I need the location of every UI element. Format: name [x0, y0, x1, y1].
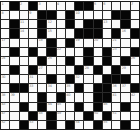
clue-number: 38 — [1, 93, 5, 97]
white-cell[interactable]: 48 — [38, 112, 46, 120]
black-cell — [66, 121, 74, 129]
white-cell[interactable] — [121, 48, 129, 56]
white-cell[interactable]: 1 — [1, 2, 9, 10]
clue-number: 28 — [85, 66, 89, 70]
white-cell[interactable]: 14 — [20, 29, 28, 37]
white-cell[interactable] — [29, 103, 37, 111]
white-cell[interactable]: 38 — [1, 93, 9, 101]
white-cell[interactable] — [84, 121, 92, 129]
clue-number: 35 — [66, 84, 70, 88]
white-cell[interactable]: 36 — [112, 84, 120, 92]
white-cell[interactable]: 50 — [94, 112, 102, 120]
white-cell[interactable] — [131, 66, 139, 74]
clue-number: 18 — [38, 38, 42, 42]
white-cell[interactable]: 43 — [1, 103, 9, 111]
white-cell[interactable] — [20, 11, 28, 19]
black-cell — [84, 48, 92, 56]
white-cell[interactable] — [29, 57, 37, 65]
clue-number: 40 — [66, 93, 70, 97]
black-cell — [29, 48, 37, 56]
black-cell — [84, 2, 92, 10]
white-cell[interactable] — [20, 57, 28, 65]
white-cell[interactable] — [57, 121, 65, 129]
black-cell — [38, 57, 46, 65]
white-cell[interactable] — [103, 29, 111, 37]
clue-number: 39 — [11, 93, 15, 97]
white-cell[interactable]: 29 — [121, 66, 129, 74]
black-cell — [75, 103, 83, 111]
white-cell[interactable] — [94, 48, 102, 56]
clue-number: 2 — [20, 2, 22, 6]
white-cell[interactable] — [57, 57, 65, 65]
white-cell[interactable] — [66, 2, 74, 10]
white-cell[interactable]: 31 — [29, 75, 37, 83]
white-cell[interactable] — [1, 48, 9, 56]
black-cell — [75, 66, 83, 74]
white-cell[interactable] — [38, 48, 46, 56]
clue-number: 43 — [1, 102, 5, 106]
white-cell[interactable]: 3 — [38, 2, 46, 10]
clue-number: 3 — [38, 2, 40, 6]
clue-number: 22 — [57, 47, 61, 51]
black-cell — [75, 2, 83, 10]
black-cell — [20, 84, 28, 92]
clue-number: 15 — [48, 29, 52, 33]
white-cell[interactable] — [121, 2, 129, 10]
white-cell[interactable] — [121, 112, 129, 120]
black-cell — [112, 66, 120, 74]
white-cell[interactable] — [10, 57, 18, 65]
white-cell[interactable] — [75, 93, 83, 101]
clue-number: 6 — [103, 2, 105, 6]
black-cell — [75, 29, 83, 37]
white-cell[interactable]: 35 — [66, 84, 74, 92]
white-cell[interactable] — [1, 20, 9, 28]
black-cell — [10, 66, 18, 74]
clue-number: 49 — [57, 111, 61, 115]
white-cell[interactable]: 9 — [29, 11, 37, 19]
black-cell — [66, 39, 74, 47]
white-cell[interactable]: 23 — [112, 48, 120, 56]
black-cell — [47, 39, 55, 47]
white-cell[interactable] — [20, 66, 28, 74]
white-cell[interactable] — [131, 75, 139, 83]
white-cell[interactable] — [75, 20, 83, 28]
white-cell[interactable] — [57, 84, 65, 92]
black-cell — [103, 93, 111, 101]
white-cell[interactable] — [20, 112, 28, 120]
white-cell[interactable] — [47, 66, 55, 74]
clue-number: 54 — [76, 120, 80, 124]
white-cell[interactable]: 15 — [47, 29, 55, 37]
black-cell — [84, 57, 92, 65]
black-cell — [131, 29, 139, 37]
white-cell[interactable] — [121, 93, 129, 101]
clue-number: 1 — [1, 2, 3, 6]
white-cell[interactable] — [57, 29, 65, 37]
white-cell[interactable] — [131, 121, 139, 129]
white-cell[interactable]: 18 — [38, 39, 46, 47]
black-cell — [10, 84, 18, 92]
white-cell[interactable] — [131, 11, 139, 19]
white-cell[interactable] — [94, 57, 102, 65]
clue-number: 29 — [122, 66, 126, 70]
white-cell[interactable] — [84, 84, 92, 92]
clue-number: 13 — [103, 20, 107, 24]
white-cell[interactable] — [131, 103, 139, 111]
white-cell[interactable] — [94, 11, 102, 19]
white-cell[interactable] — [112, 121, 120, 129]
white-cell[interactable] — [103, 66, 111, 74]
clue-number: 20 — [94, 38, 98, 42]
black-cell — [94, 93, 102, 101]
black-cell — [121, 121, 129, 129]
black-cell — [38, 11, 46, 19]
white-cell[interactable] — [10, 39, 18, 47]
white-cell[interactable] — [66, 112, 74, 120]
white-cell[interactable] — [29, 39, 37, 47]
clue-number: 52 — [1, 120, 5, 124]
white-cell[interactable] — [131, 39, 139, 47]
black-cell — [38, 29, 46, 37]
clue-number: 21 — [113, 38, 117, 42]
white-cell[interactable] — [57, 66, 65, 74]
white-cell[interactable]: 28 — [84, 66, 92, 74]
white-cell[interactable]: 21 — [112, 39, 120, 47]
white-cell[interactable]: 8 — [1, 11, 9, 19]
black-cell — [66, 75, 74, 83]
white-cell[interactable] — [112, 20, 120, 28]
clue-number: 32 — [76, 75, 80, 79]
white-cell[interactable] — [38, 84, 46, 92]
black-cell — [112, 29, 120, 37]
black-cell — [112, 11, 120, 19]
black-cell — [10, 29, 18, 37]
white-cell[interactable]: 17 — [1, 39, 9, 47]
black-cell — [121, 57, 129, 65]
clue-number: 24 — [1, 56, 5, 60]
white-cell[interactable]: 51 — [112, 112, 120, 120]
white-cell[interactable]: 42 — [131, 93, 139, 101]
clue-number: 25 — [48, 56, 52, 60]
clue-number: 33 — [29, 84, 33, 88]
white-cell[interactable]: 46 — [103, 103, 111, 111]
black-cell — [131, 84, 139, 92]
black-cell — [121, 11, 129, 19]
white-cell[interactable] — [84, 11, 92, 19]
white-cell[interactable]: 55 — [103, 121, 111, 129]
white-cell[interactable] — [66, 103, 74, 111]
white-cell[interactable]: 19 — [75, 39, 83, 47]
white-cell[interactable] — [84, 75, 92, 83]
black-cell — [131, 48, 139, 56]
crossword-page: 1234567891011121314151617181920212223242… — [0, 0, 140, 132]
clue-number: 7 — [131, 2, 133, 6]
white-cell[interactable] — [131, 112, 139, 120]
clue-number: 34 — [48, 84, 52, 88]
white-cell[interactable] — [20, 75, 28, 83]
white-cell[interactable] — [10, 121, 18, 129]
black-cell — [103, 57, 111, 65]
black-cell — [66, 57, 74, 65]
white-cell[interactable]: 33 — [29, 84, 37, 92]
white-cell[interactable] — [57, 20, 65, 28]
clue-number: 17 — [1, 38, 5, 42]
black-cell — [94, 84, 102, 92]
black-cell — [121, 103, 129, 111]
clue-number: 14 — [20, 29, 24, 33]
white-cell[interactable]: 30 — [1, 75, 9, 83]
white-cell[interactable]: 25 — [47, 57, 55, 65]
white-cell[interactable]: 26 — [131, 57, 139, 65]
white-cell[interactable] — [29, 29, 37, 37]
white-cell[interactable] — [112, 2, 120, 10]
black-cell — [121, 75, 129, 83]
white-cell[interactable] — [57, 39, 65, 47]
black-cell — [29, 2, 37, 10]
black-cell — [94, 66, 102, 74]
white-cell[interactable] — [103, 39, 111, 47]
white-cell[interactable] — [94, 75, 102, 83]
clue-number: 11 — [20, 20, 24, 24]
black-cell — [29, 112, 37, 120]
white-cell[interactable]: 49 — [57, 112, 65, 120]
white-cell[interactable] — [38, 75, 46, 83]
black-cell — [103, 112, 111, 120]
white-cell[interactable]: 22 — [57, 48, 65, 56]
clue-number: 16 — [122, 29, 126, 33]
white-cell[interactable] — [131, 20, 139, 28]
white-cell[interactable] — [57, 75, 65, 83]
clue-number: 27 — [38, 66, 42, 70]
black-cell — [103, 84, 111, 92]
white-cell[interactable] — [20, 39, 28, 47]
white-cell[interactable]: 53 — [29, 121, 37, 129]
white-cell[interactable]: 32 — [75, 75, 83, 83]
black-cell — [10, 2, 18, 10]
white-cell[interactable] — [66, 48, 74, 56]
white-cell[interactable] — [38, 121, 46, 129]
white-cell[interactable] — [66, 29, 74, 37]
black-cell — [103, 75, 111, 83]
white-cell[interactable]: 52 — [1, 121, 9, 129]
white-cell[interactable] — [75, 112, 83, 120]
white-cell[interactable]: 44 — [47, 103, 55, 111]
clue-number: 46 — [103, 102, 107, 106]
clue-number: 48 — [38, 111, 42, 115]
white-cell[interactable] — [121, 39, 129, 47]
black-cell — [66, 20, 74, 28]
clue-number: 23 — [113, 47, 117, 51]
black-cell — [84, 20, 92, 28]
white-cell[interactable]: 16 — [121, 29, 129, 37]
white-cell[interactable]: 5 — [94, 2, 102, 10]
black-cell — [94, 103, 102, 111]
clue-number: 4 — [57, 2, 59, 6]
white-cell[interactable] — [112, 57, 120, 65]
black-cell — [10, 20, 18, 28]
white-cell[interactable]: 41 — [112, 93, 120, 101]
white-cell[interactable] — [1, 84, 9, 92]
white-cell[interactable]: 45 — [57, 103, 65, 111]
black-cell — [38, 20, 46, 28]
clue-number: 9 — [29, 11, 31, 15]
white-cell[interactable] — [1, 29, 9, 37]
clue-number: 31 — [29, 75, 33, 79]
clue-number: 42 — [131, 93, 135, 97]
clue-number: 37 — [122, 84, 126, 88]
black-cell — [57, 93, 65, 101]
white-cell[interactable] — [84, 93, 92, 101]
black-cell — [47, 11, 55, 19]
black-cell — [94, 20, 102, 28]
crossword-grid: 1234567891011121314151617181920212223242… — [0, 1, 140, 130]
clue-number: 47 — [1, 111, 5, 115]
white-cell[interactable]: 40 — [66, 93, 74, 101]
white-cell[interactable]: 2 — [20, 2, 28, 10]
white-cell[interactable] — [29, 93, 37, 101]
black-cell — [20, 121, 28, 129]
white-cell[interactable] — [29, 20, 37, 28]
white-cell[interactable]: 10 — [75, 11, 83, 19]
clue-number: 12 — [48, 20, 52, 24]
white-cell[interactable] — [10, 112, 18, 120]
white-cell[interactable]: 7 — [131, 2, 139, 10]
white-cell[interactable]: 54 — [75, 121, 83, 129]
black-cell — [29, 66, 37, 74]
white-cell[interactable] — [10, 11, 18, 19]
black-cell — [75, 84, 83, 92]
clue-number: 51 — [113, 111, 117, 115]
black-cell — [84, 29, 92, 37]
black-cell — [94, 121, 102, 129]
black-cell — [66, 11, 74, 19]
clue-number: 45 — [57, 102, 61, 106]
white-cell[interactable]: 39 — [10, 93, 18, 101]
white-cell[interactable]: 37 — [121, 84, 129, 92]
clue-number: 19 — [76, 38, 80, 42]
white-cell[interactable] — [47, 2, 55, 10]
black-cell — [47, 48, 55, 56]
white-cell[interactable] — [66, 66, 74, 74]
black-cell — [84, 112, 92, 120]
clue-number: 30 — [1, 75, 5, 79]
white-cell[interactable] — [1, 66, 9, 74]
white-cell[interactable]: 34 — [47, 84, 55, 92]
clue-number: 41 — [113, 93, 117, 97]
white-cell[interactable]: 24 — [1, 57, 9, 65]
clue-number: 10 — [76, 11, 80, 15]
black-cell — [20, 103, 28, 111]
white-cell[interactable] — [10, 103, 18, 111]
white-cell[interactable]: 12 — [47, 20, 55, 28]
black-cell — [112, 75, 120, 83]
clue-number: 44 — [48, 102, 52, 106]
white-cell[interactable]: 11 — [20, 20, 28, 28]
black-cell — [121, 20, 129, 28]
black-cell — [38, 93, 46, 101]
white-cell[interactable]: 27 — [38, 66, 46, 74]
clue-number: 53 — [29, 120, 33, 124]
white-cell[interactable] — [75, 57, 83, 65]
white-cell[interactable]: 4 — [57, 2, 65, 10]
white-cell[interactable]: 47 — [1, 112, 9, 120]
black-cell — [103, 48, 111, 56]
white-cell[interactable] — [20, 48, 28, 56]
white-cell[interactable] — [57, 11, 65, 19]
white-cell[interactable] — [20, 93, 28, 101]
clue-number: 26 — [131, 56, 135, 60]
clue-number: 8 — [1, 11, 3, 15]
white-cell[interactable] — [47, 93, 55, 101]
clue-number: 55 — [103, 120, 107, 124]
black-cell — [47, 121, 55, 129]
white-cell[interactable]: 6 — [103, 2, 111, 10]
black-cell — [47, 75, 55, 83]
white-cell[interactable] — [75, 48, 83, 56]
black-cell — [47, 112, 55, 120]
black-cell — [94, 29, 102, 37]
clue-number: 36 — [113, 84, 117, 88]
black-cell — [10, 48, 18, 56]
white-cell[interactable] — [10, 75, 18, 83]
white-cell[interactable]: 13 — [103, 20, 111, 28]
white-cell[interactable] — [103, 11, 111, 19]
white-cell[interactable] — [112, 103, 120, 111]
white-cell[interactable]: 20 — [94, 39, 102, 47]
white-cell[interactable] — [84, 39, 92, 47]
clue-number: 5 — [94, 2, 96, 6]
black-cell — [38, 103, 46, 111]
clue-number: 50 — [94, 111, 98, 115]
white-cell[interactable] — [84, 103, 92, 111]
